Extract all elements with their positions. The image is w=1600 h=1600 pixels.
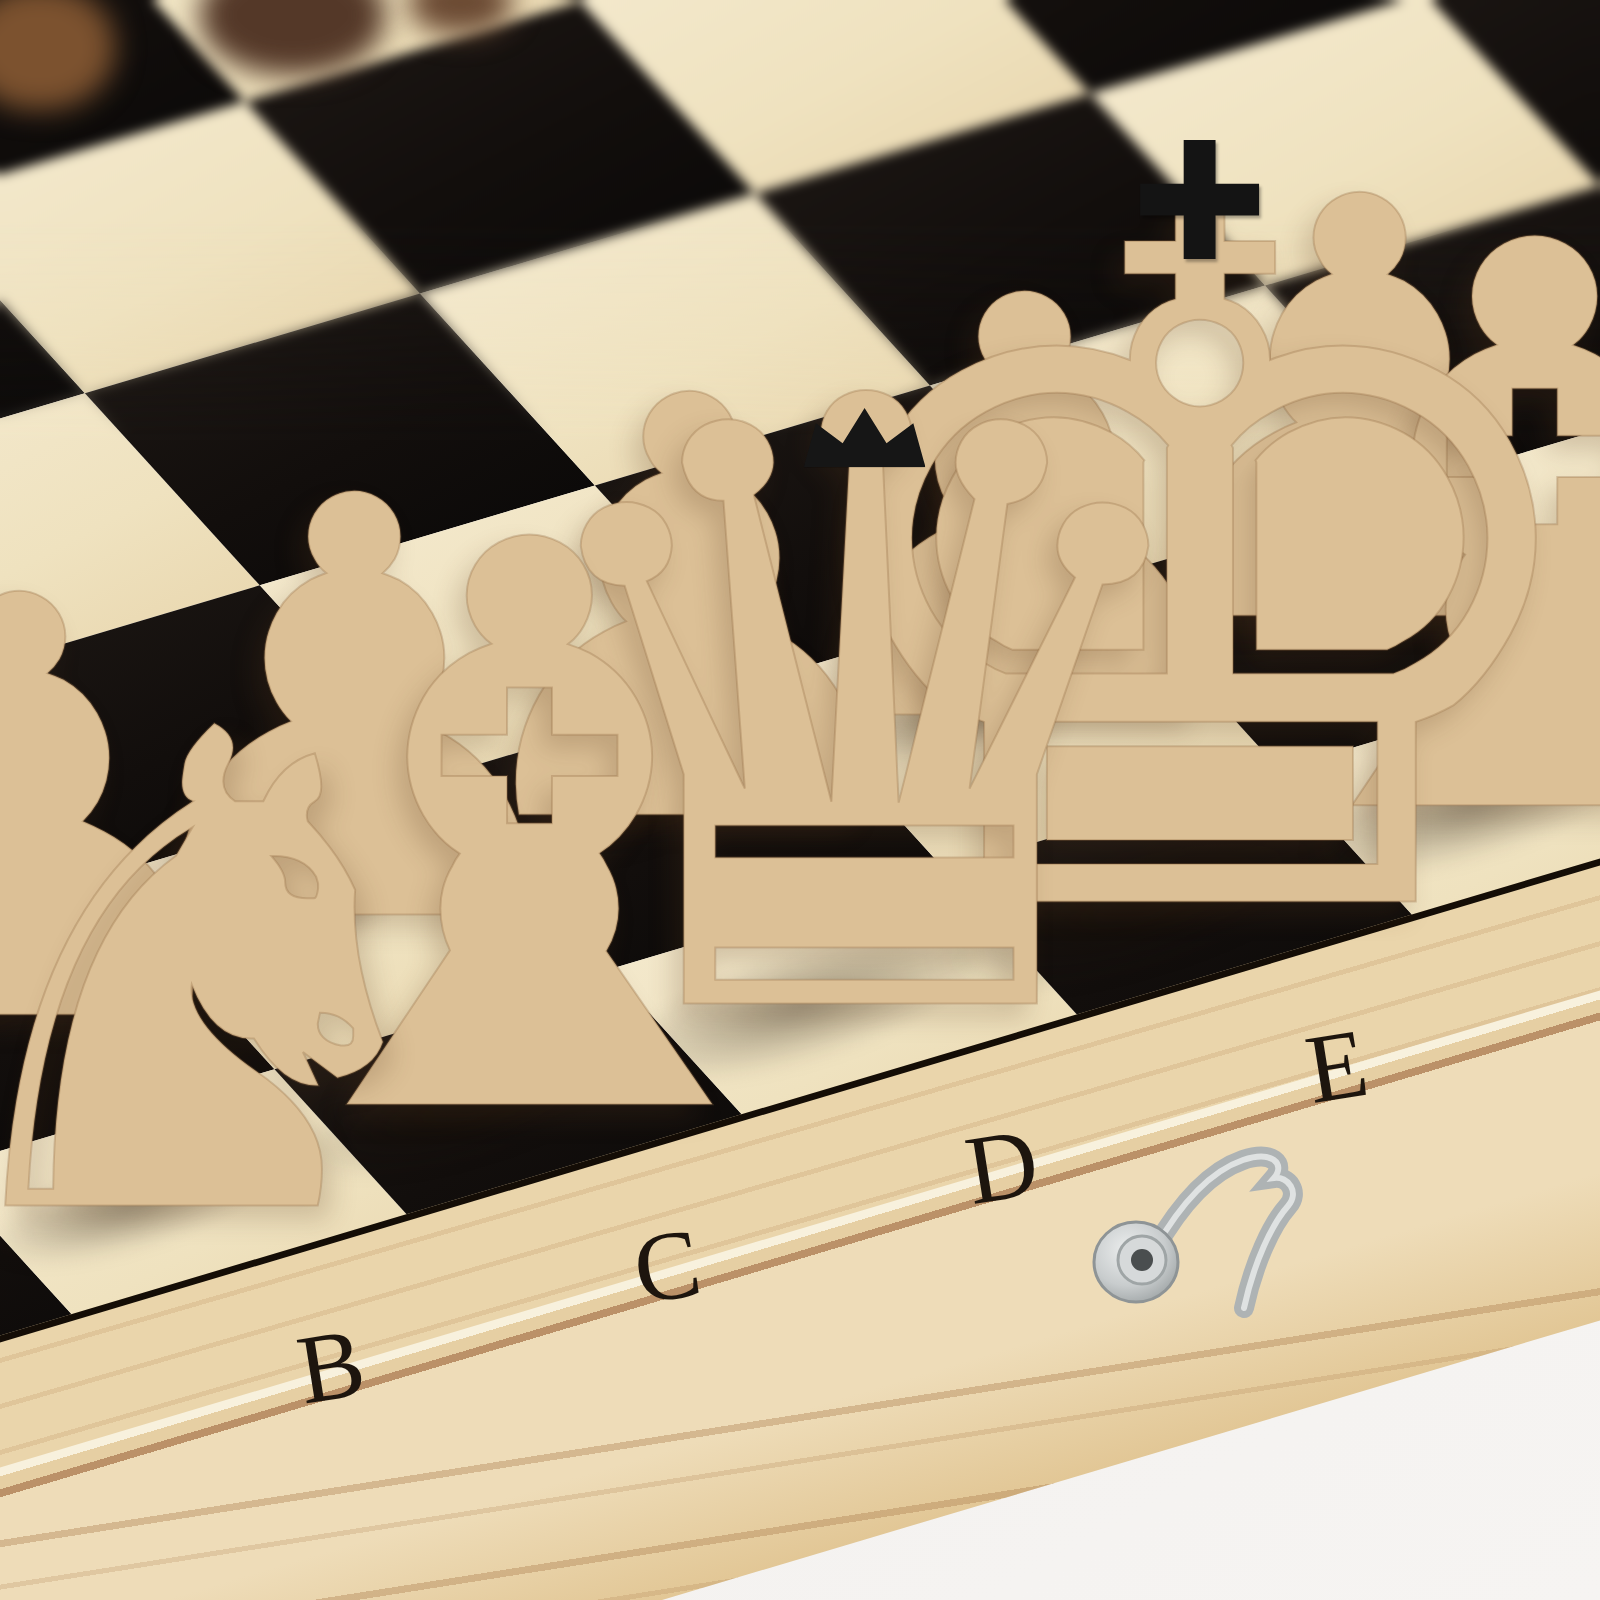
photo-stage: BCDE ♟♟♝♟♚✚♟♛♟♝♞ [0, 0, 1600, 1600]
white-knight-b1: ♞ [0, 648, 490, 1308]
